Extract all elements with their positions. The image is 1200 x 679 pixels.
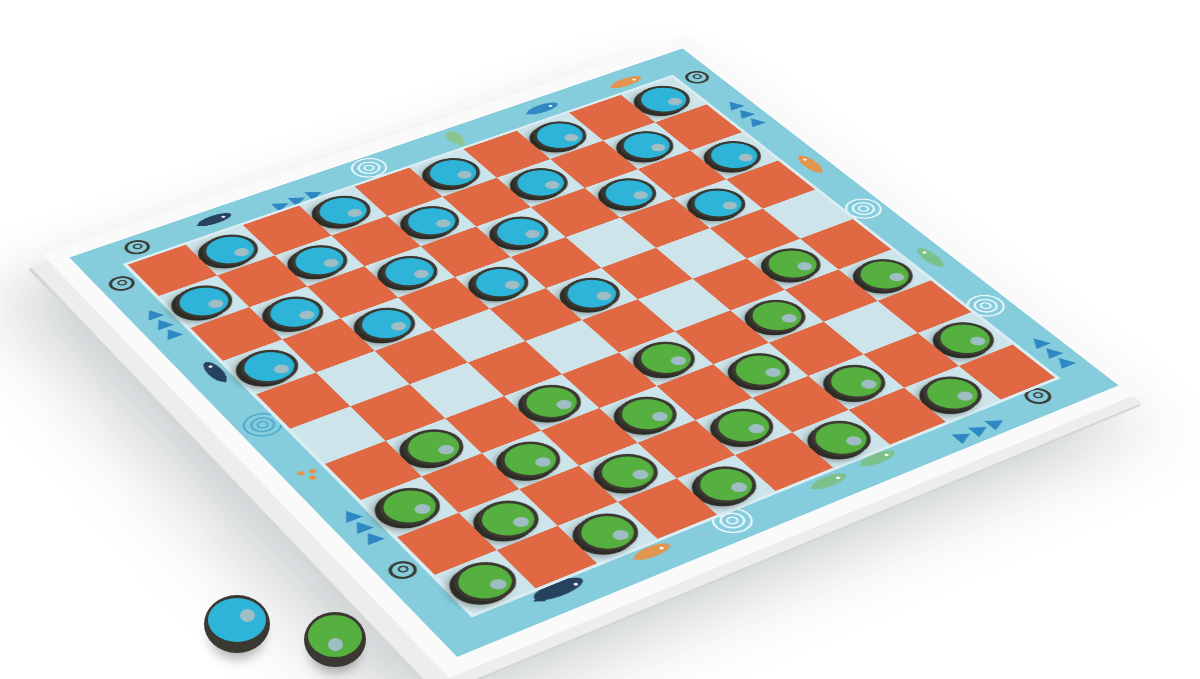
square-r9-c6 [325, 441, 422, 500]
square-r2-c9 [849, 388, 946, 445]
square-r8-c9 [497, 526, 597, 589]
green-piece [626, 335, 706, 381]
piece-top-face [353, 305, 420, 344]
blue-piece [230, 343, 309, 390]
green-piece [466, 494, 550, 546]
green-piece [565, 506, 650, 558]
spiral-icon [104, 274, 139, 294]
green-piece [720, 347, 801, 394]
turtle-icon [442, 130, 467, 145]
piece-top-face [571, 510, 644, 555]
square-r8-c7 [422, 453, 520, 513]
piece-top-face [592, 451, 664, 494]
piece-dot [954, 389, 976, 402]
square-r6-c8 [579, 443, 677, 502]
piece-dot [436, 443, 458, 456]
square-r6-c9 [618, 478, 717, 539]
spiral-icon [681, 69, 714, 86]
green-piece [511, 378, 592, 426]
piece-top-face [805, 417, 876, 459]
piece-top-face [235, 347, 303, 387]
piece-dot [967, 335, 988, 347]
piece-top-face [208, 598, 266, 642]
piece-dot [668, 354, 689, 366]
green-piece [586, 447, 669, 497]
square-r1-c9 [904, 366, 1001, 422]
piece-top-face [821, 362, 891, 403]
ripple-icon [236, 409, 290, 441]
green-piece [393, 423, 475, 472]
square-r2-c8 [808, 354, 904, 410]
fish-icon [199, 360, 231, 384]
off-board-green-piece [304, 612, 366, 667]
square-r3-c8 [752, 376, 848, 432]
piece-dot [412, 502, 434, 516]
square-r5-c9 [677, 455, 776, 515]
fish-icon [528, 573, 588, 604]
fish-icon [195, 211, 234, 229]
square-r8-c3 [282, 318, 374, 372]
square-r9-c7 [361, 476, 459, 536]
square-r9-c8 [397, 513, 496, 575]
piece-top-face [495, 438, 566, 481]
piece-top-face [930, 319, 999, 358]
square-r3-c9 [792, 410, 890, 468]
piece-dot [510, 515, 532, 529]
product-photo-stage [0, 0, 1200, 679]
spiral-icon [383, 558, 422, 582]
spiral-icon [120, 237, 154, 257]
piece-top-face [517, 382, 587, 423]
green-piece [368, 481, 451, 532]
square-r9-c3 [223, 339, 316, 394]
square-r5-c7 [599, 386, 695, 443]
square-r0-c9 [959, 344, 1055, 399]
checkers-board [42, 35, 1149, 678]
green-piece [925, 316, 1006, 362]
fish-triangles-icon [1026, 335, 1080, 371]
piece-dot [554, 398, 575, 411]
square-r7-c6 [445, 396, 541, 453]
square-r8-c6 [386, 418, 482, 476]
sprig-icon [308, 468, 318, 474]
board-cardboard-face [42, 35, 1149, 678]
square-r8-c5 [350, 384, 445, 441]
square-r5-c5 [525, 320, 619, 374]
fish-icon [631, 540, 674, 562]
piece-dot [271, 363, 292, 375]
piece-dot [649, 410, 671, 423]
piece-dot [610, 528, 632, 542]
piece-top-face [262, 293, 329, 332]
square-r9-c4 [256, 372, 350, 428]
square-r0-c8 [918, 312, 1013, 366]
green-piece [703, 402, 785, 451]
green-piece [442, 555, 528, 609]
green-piece [606, 390, 688, 438]
piece-dot [858, 378, 879, 390]
ripple-icon [704, 503, 761, 538]
square-r5-c8 [638, 420, 735, 478]
square-r4-c9 [735, 432, 833, 491]
piece-top-face [472, 497, 544, 542]
square-r7-c7 [482, 431, 579, 490]
square-r6-c7 [541, 408, 638, 466]
piece-top-face [398, 426, 468, 468]
square-r4-c6 [619, 331, 713, 386]
piece-top-face [374, 484, 446, 528]
piece-dot [328, 638, 343, 651]
fish-icon [808, 470, 850, 491]
board-grid [128, 77, 1055, 613]
piece-top-face [708, 405, 779, 447]
green-piece [911, 370, 993, 418]
fish-icon [794, 154, 826, 174]
square-r6-c5 [468, 341, 562, 396]
piece-top-face [448, 558, 522, 604]
piece-top-face [632, 339, 701, 379]
piece-top-face [917, 373, 988, 414]
piece-dot [728, 480, 750, 493]
fish-triangles-icon [947, 415, 1009, 446]
square-r7-c4 [375, 330, 468, 385]
square-r4-c7 [657, 364, 753, 420]
square-r6-c6 [504, 374, 599, 430]
spiral-icon [1019, 385, 1057, 407]
square-r9-c5 [290, 406, 385, 464]
green-piece [489, 435, 572, 485]
piece-top-face [690, 463, 762, 507]
green-piece [684, 460, 768, 511]
fish-icon [524, 100, 561, 116]
square-r2-c7 [769, 322, 864, 376]
square-r7-c8 [519, 466, 617, 526]
piece-dot [763, 366, 784, 378]
piece-top-face [743, 297, 811, 336]
square-r3-c7 [713, 343, 808, 398]
piece-dot [630, 468, 652, 481]
piece-dot [746, 422, 768, 435]
square-r1-c8 [863, 333, 958, 388]
green-piece [815, 358, 897, 405]
piece-dot [487, 577, 510, 591]
piece-dot [532, 455, 554, 468]
fish-icon [857, 448, 898, 469]
fish-triangles-icon [337, 507, 388, 548]
off-board-blue-piece [204, 595, 270, 653]
square-r9-c9 [435, 550, 536, 614]
square-r4-c8 [695, 398, 792, 455]
green-piece [800, 414, 883, 463]
square-r5-c6 [562, 353, 657, 408]
piece-dot [843, 434, 865, 447]
piece-dot [388, 320, 409, 332]
piece-top-face [726, 350, 796, 390]
square-r7-c5 [410, 362, 504, 418]
fish-icon [913, 246, 947, 268]
square-r7-c9 [558, 502, 658, 564]
square-r8-c8 [459, 489, 558, 550]
piece-top-face [612, 393, 682, 435]
square-r8-c4 [316, 351, 410, 406]
